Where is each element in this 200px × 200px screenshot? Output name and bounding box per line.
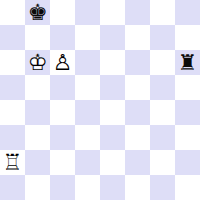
square-a6[interactable]: [0, 50, 25, 75]
square-e8[interactable]: [100, 0, 125, 25]
square-d1[interactable]: [75, 175, 100, 200]
square-c3[interactable]: [50, 125, 75, 150]
square-h3[interactable]: [175, 125, 200, 150]
square-c6[interactable]: ♟♙: [50, 50, 75, 75]
rook-glyph: ♜: [175, 50, 200, 75]
square-h2[interactable]: [175, 150, 200, 175]
square-f6[interactable]: [125, 50, 150, 75]
square-g7[interactable]: [150, 25, 175, 50]
square-d3[interactable]: [75, 125, 100, 150]
square-e6[interactable]: [100, 50, 125, 75]
square-f7[interactable]: [125, 25, 150, 50]
square-h7[interactable]: [175, 25, 200, 50]
square-c7[interactable]: [50, 25, 75, 50]
square-a3[interactable]: [0, 125, 25, 150]
king-outline-glyph: ♔: [25, 50, 50, 75]
piece-black-rook[interactable]: ♜: [175, 50, 200, 75]
square-f4[interactable]: [125, 100, 150, 125]
square-h5[interactable]: [175, 75, 200, 100]
square-d4[interactable]: [75, 100, 100, 125]
square-h6[interactable]: ♜: [175, 50, 200, 75]
square-f8[interactable]: [125, 0, 150, 25]
square-b6[interactable]: ♚♔: [25, 50, 50, 75]
square-g5[interactable]: [150, 75, 175, 100]
square-h8[interactable]: [175, 0, 200, 25]
square-e3[interactable]: [100, 125, 125, 150]
square-e4[interactable]: [100, 100, 125, 125]
square-b8[interactable]: ♚: [25, 0, 50, 25]
square-h1[interactable]: [175, 175, 200, 200]
square-a1[interactable]: [0, 175, 25, 200]
square-d2[interactable]: [75, 150, 100, 175]
square-f1[interactable]: [125, 175, 150, 200]
square-c1[interactable]: [50, 175, 75, 200]
rook-outline-glyph: ♖: [0, 150, 25, 175]
square-b3[interactable]: [25, 125, 50, 150]
square-b5[interactable]: [25, 75, 50, 100]
square-g6[interactable]: [150, 50, 175, 75]
square-e2[interactable]: [100, 150, 125, 175]
square-c4[interactable]: [50, 100, 75, 125]
square-b1[interactable]: [25, 175, 50, 200]
square-a8[interactable]: [0, 0, 25, 25]
square-a4[interactable]: [0, 100, 25, 125]
square-e7[interactable]: [100, 25, 125, 50]
chess-board: ♚♚♔♟♙♜♜♖: [0, 0, 200, 200]
square-f3[interactable]: [125, 125, 150, 150]
square-f2[interactable]: [125, 150, 150, 175]
square-g4[interactable]: [150, 100, 175, 125]
square-b2[interactable]: [25, 150, 50, 175]
square-c2[interactable]: [50, 150, 75, 175]
square-d6[interactable]: [75, 50, 100, 75]
piece-white-king[interactable]: ♚♔: [25, 50, 50, 75]
square-a5[interactable]: [0, 75, 25, 100]
square-d7[interactable]: [75, 25, 100, 50]
square-e1[interactable]: [100, 175, 125, 200]
square-g8[interactable]: [150, 0, 175, 25]
square-d8[interactable]: [75, 0, 100, 25]
square-g3[interactable]: [150, 125, 175, 150]
piece-white-pawn[interactable]: ♟♙: [50, 50, 75, 75]
square-g2[interactable]: [150, 150, 175, 175]
square-c8[interactable]: [50, 0, 75, 25]
square-a7[interactable]: [0, 25, 25, 50]
square-f5[interactable]: [125, 75, 150, 100]
square-g1[interactable]: [150, 175, 175, 200]
piece-black-king[interactable]: ♚: [25, 0, 50, 25]
square-h4[interactable]: [175, 100, 200, 125]
pawn-outline-glyph: ♙: [50, 50, 75, 75]
square-c5[interactable]: [50, 75, 75, 100]
square-e5[interactable]: [100, 75, 125, 100]
square-d5[interactable]: [75, 75, 100, 100]
square-a2[interactable]: ♜♖: [0, 150, 25, 175]
king-glyph: ♚: [25, 0, 50, 25]
square-b4[interactable]: [25, 100, 50, 125]
square-b7[interactable]: [25, 25, 50, 50]
piece-white-rook[interactable]: ♜♖: [0, 150, 25, 175]
